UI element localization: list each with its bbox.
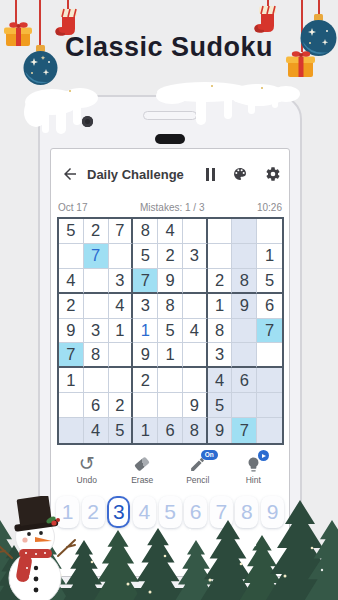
cell-r8c8[interactable] bbox=[232, 393, 257, 418]
cell-r2c2[interactable]: 7 bbox=[84, 244, 109, 269]
cell-r8c4[interactable] bbox=[133, 393, 158, 418]
pencil-label: Pencil bbox=[186, 475, 209, 485]
undo-button[interactable]: ↺ Undo bbox=[65, 455, 109, 485]
cell-r1c9[interactable] bbox=[257, 219, 282, 244]
cell-r7c8[interactable]: 6 bbox=[232, 368, 257, 393]
cell-r6c7[interactable]: 3 bbox=[208, 343, 233, 368]
cell-r9c7[interactable]: 9 bbox=[208, 418, 233, 443]
cell-r8c5[interactable] bbox=[158, 393, 183, 418]
cell-r8c6[interactable]: 9 bbox=[183, 393, 208, 418]
cell-r2c9[interactable]: 1 bbox=[257, 244, 282, 269]
cell-r6c1[interactable]: 7 bbox=[59, 343, 84, 368]
pause-button[interactable] bbox=[206, 168, 216, 181]
cell-r3c7[interactable]: 2 bbox=[208, 269, 233, 294]
cell-r3c4[interactable]: 7 bbox=[133, 269, 158, 294]
cell-r7c4[interactable]: 2 bbox=[133, 368, 158, 393]
pencil-on-badge: On bbox=[201, 450, 218, 460]
cell-r9c1[interactable] bbox=[59, 418, 84, 443]
erase-button[interactable]: Erase bbox=[120, 455, 164, 485]
cell-r5c7[interactable]: 8 bbox=[208, 319, 233, 344]
cell-r7c5[interactable] bbox=[158, 368, 183, 393]
hint-play-badge bbox=[258, 450, 269, 461]
status-row: Oct 17 Mistakes: 1 / 3 10:26 bbox=[58, 202, 282, 213]
cell-r8c9[interactable] bbox=[257, 393, 282, 418]
cell-r4c7[interactable]: 1 bbox=[208, 294, 233, 319]
date-label: Oct 17 bbox=[58, 202, 87, 213]
cell-r4c6[interactable] bbox=[183, 294, 208, 319]
cell-r1c8[interactable] bbox=[232, 219, 257, 244]
cell-r4c9[interactable]: 6 bbox=[257, 294, 282, 319]
cell-r3c5[interactable]: 9 bbox=[158, 269, 183, 294]
cell-r6c6[interactable] bbox=[183, 343, 208, 368]
cell-r4c4[interactable]: 3 bbox=[133, 294, 158, 319]
cell-r2c6[interactable]: 3 bbox=[183, 244, 208, 269]
snowman bbox=[0, 496, 88, 600]
cell-r1c5[interactable]: 4 bbox=[158, 219, 183, 244]
cell-r3c6[interactable] bbox=[183, 269, 208, 294]
erase-label: Erase bbox=[131, 475, 153, 485]
cell-r9c8[interactable]: 7 bbox=[232, 418, 257, 443]
cell-r1c3[interactable]: 7 bbox=[109, 219, 134, 244]
cell-r1c4[interactable]: 8 bbox=[133, 219, 158, 244]
cell-r4c1[interactable]: 2 bbox=[59, 294, 84, 319]
cell-r5c6[interactable]: 4 bbox=[183, 319, 208, 344]
undo-label: Undo bbox=[77, 475, 97, 485]
cell-r2c7[interactable] bbox=[208, 244, 233, 269]
cell-r5c2[interactable]: 3 bbox=[84, 319, 109, 344]
back-icon[interactable] bbox=[61, 165, 79, 183]
cell-r6c3[interactable] bbox=[109, 343, 134, 368]
settings-gear-icon[interactable] bbox=[265, 166, 281, 182]
cell-r5c3[interactable]: 1 bbox=[109, 319, 134, 344]
cell-r9c5[interactable]: 6 bbox=[158, 418, 183, 443]
cell-r1c6[interactable] bbox=[183, 219, 208, 244]
cell-r5c1[interactable]: 9 bbox=[59, 319, 84, 344]
app-header: Daily Challenge bbox=[61, 163, 281, 185]
cell-r6c8[interactable] bbox=[232, 343, 257, 368]
undo-icon: ↺ bbox=[79, 455, 95, 473]
sudoku-board: 5278475231437928524381969311548778913124… bbox=[57, 217, 284, 445]
page-title: Classic Sudoku bbox=[0, 32, 338, 63]
cell-r7c9[interactable] bbox=[257, 368, 282, 393]
hint-button[interactable]: Hint bbox=[231, 455, 275, 485]
cell-r4c8[interactable]: 9 bbox=[232, 294, 257, 319]
cell-r6c4[interactable]: 9 bbox=[133, 343, 158, 368]
cell-r5c9[interactable]: 7 bbox=[257, 319, 282, 344]
screen-title: Daily Challenge bbox=[87, 167, 184, 182]
cell-r9c9[interactable] bbox=[257, 418, 282, 443]
cell-r4c3[interactable]: 4 bbox=[109, 294, 134, 319]
cell-r5c8[interactable] bbox=[232, 319, 257, 344]
cell-r3c1[interactable]: 4 bbox=[59, 269, 84, 294]
cell-r3c9[interactable]: 5 bbox=[257, 269, 282, 294]
cell-r8c3[interactable]: 2 bbox=[109, 393, 134, 418]
cell-r7c6[interactable] bbox=[183, 368, 208, 393]
cell-r7c7[interactable]: 4 bbox=[208, 368, 233, 393]
snow-cap bbox=[0, 80, 338, 142]
cell-r3c3[interactable]: 3 bbox=[109, 269, 134, 294]
theme-palette-icon[interactable] bbox=[232, 166, 248, 182]
cell-r5c5[interactable]: 5 bbox=[158, 319, 183, 344]
eraser-icon bbox=[134, 456, 150, 471]
pencil-button[interactable]: On Pencil bbox=[176, 455, 220, 485]
cell-r8c7[interactable]: 5 bbox=[208, 393, 233, 418]
cell-r9c6[interactable]: 8 bbox=[183, 418, 208, 443]
cell-r2c5[interactable]: 2 bbox=[158, 244, 183, 269]
cell-r4c2[interactable] bbox=[84, 294, 109, 319]
cell-r2c4[interactable]: 5 bbox=[133, 244, 158, 269]
timer-label: 10:26 bbox=[257, 202, 282, 213]
cell-r2c8[interactable] bbox=[232, 244, 257, 269]
cell-r8c1[interactable] bbox=[59, 393, 84, 418]
mistakes-label: Mistakes: 1 / 3 bbox=[140, 202, 204, 213]
cell-r9c4[interactable]: 1 bbox=[133, 418, 158, 443]
cell-r2c1[interactable] bbox=[59, 244, 84, 269]
cell-r4c5[interactable]: 8 bbox=[158, 294, 183, 319]
cell-r9c2[interactable]: 4 bbox=[84, 418, 109, 443]
toolbar: ↺ Undo Erase On Pencil bbox=[59, 455, 281, 485]
cell-r9c3[interactable]: 5 bbox=[109, 418, 134, 443]
cell-r8c2[interactable]: 6 bbox=[84, 393, 109, 418]
hint-label: Hint bbox=[246, 475, 261, 485]
cell-r6c5[interactable]: 1 bbox=[158, 343, 183, 368]
cell-r6c2[interactable]: 8 bbox=[84, 343, 109, 368]
cell-r7c2[interactable] bbox=[84, 368, 109, 393]
cell-r2c3[interactable] bbox=[109, 244, 134, 269]
screenshot-stage: Classic Sudoku Daily Challenge bbox=[0, 0, 338, 600]
cell-r1c7[interactable] bbox=[208, 219, 233, 244]
cell-r1c2[interactable]: 2 bbox=[84, 219, 109, 244]
cell-r7c1[interactable]: 1 bbox=[59, 368, 84, 393]
cell-r5c4[interactable]: 1 bbox=[133, 319, 158, 344]
cell-r3c8[interactable]: 8 bbox=[232, 269, 257, 294]
cell-r3c2[interactable] bbox=[84, 269, 109, 294]
cell-r1c1[interactable]: 5 bbox=[59, 219, 84, 244]
cell-r7c3[interactable] bbox=[109, 368, 134, 393]
cell-r6c9[interactable] bbox=[257, 343, 282, 368]
